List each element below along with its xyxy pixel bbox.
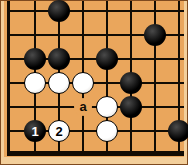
- black-stone-move-1: 1: [24, 120, 46, 142]
- point-label-a: a: [74, 98, 92, 116]
- black-stone: [120, 72, 142, 94]
- black-stone: [144, 24, 166, 46]
- white-stone: [96, 120, 118, 142]
- white-stone: [24, 72, 46, 94]
- white-stone-move-2: 2: [48, 120, 70, 142]
- board-edge-line-bottom: [7, 151, 184, 156]
- white-stone: [72, 72, 94, 94]
- white-stone: [48, 72, 70, 94]
- grid-line-horizontal: [7, 10, 184, 12]
- black-stone: [168, 120, 188, 142]
- black-stone: [96, 48, 118, 70]
- black-stone: [24, 48, 46, 70]
- black-stone: [120, 96, 142, 118]
- black-stone: [48, 48, 70, 70]
- board-edge-line-left: [7, 1, 10, 156]
- white-stone: [96, 96, 118, 118]
- go-diagram: a12: [0, 0, 188, 165]
- black-stone: [48, 0, 70, 22]
